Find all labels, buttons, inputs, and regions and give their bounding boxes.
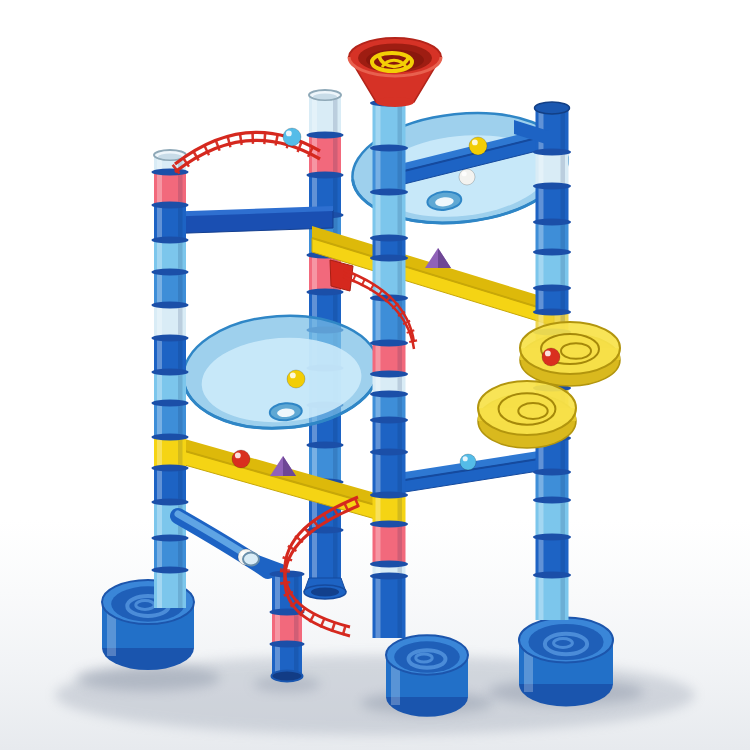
yellow-spiral-disc-lower [478, 381, 576, 448]
tower-3-center [370, 99, 408, 638]
red-marble-lower-chute [232, 450, 250, 468]
hanging-tube-arm-mouth [243, 553, 259, 566]
marble-run-product-photo [0, 0, 750, 750]
yellow-marble-top-rail [469, 137, 487, 155]
hanging-tube-mouth [272, 671, 303, 682]
red-marble-yellow-disc [542, 348, 560, 366]
white-marble-upper-funnel [459, 169, 475, 185]
tower-2-bell-mouth-inner [311, 588, 339, 597]
red-exit-piece [330, 260, 353, 291]
tower-1 [152, 150, 189, 608]
blue-marble-lower-rail [460, 454, 476, 470]
base-center [386, 635, 468, 716]
scene-canvas [0, 0, 750, 750]
yellow-marble-middle-funnel [287, 370, 305, 388]
base-right [519, 617, 613, 706]
tower-4-cap [535, 102, 570, 114]
yellow-spiral-disc-upper [520, 322, 620, 386]
blue-marble-arch [283, 128, 301, 146]
